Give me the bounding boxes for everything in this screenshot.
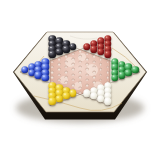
marble-white[interactable] bbox=[104, 97, 111, 104]
board-hole[interactable] bbox=[51, 71, 54, 74]
board-hole[interactable] bbox=[79, 55, 82, 58]
board-hole[interactable] bbox=[65, 81, 68, 84]
board-hole[interactable] bbox=[79, 81, 82, 84]
board-hole[interactable] bbox=[106, 71, 109, 74]
board-hole[interactable] bbox=[106, 76, 109, 79]
board-hole[interactable] bbox=[51, 60, 54, 63]
board-hole[interactable] bbox=[99, 73, 102, 76]
marble-green[interactable] bbox=[118, 71, 125, 78]
board-hole[interactable] bbox=[65, 55, 68, 58]
board-hole[interactable] bbox=[79, 91, 82, 94]
marble-black[interactable] bbox=[56, 48, 63, 55]
board-hole[interactable] bbox=[72, 78, 75, 81]
board-hole[interactable] bbox=[93, 55, 96, 58]
board-hole[interactable] bbox=[86, 78, 89, 81]
board-hole[interactable] bbox=[72, 68, 75, 71]
board-hole[interactable] bbox=[79, 71, 82, 74]
board-hole[interactable] bbox=[99, 78, 102, 81]
marble-green[interactable] bbox=[111, 74, 118, 81]
board-hole[interactable] bbox=[65, 76, 68, 79]
marble-green[interactable] bbox=[132, 66, 139, 73]
board-hole[interactable] bbox=[65, 60, 68, 63]
board-hole[interactable] bbox=[58, 68, 61, 71]
board-hole[interactable] bbox=[99, 63, 102, 66]
marble-yellow[interactable] bbox=[56, 95, 63, 102]
board-hole[interactable] bbox=[79, 65, 82, 68]
board-hole[interactable] bbox=[51, 76, 54, 79]
board-hole[interactable] bbox=[79, 50, 82, 53]
board-hole[interactable] bbox=[72, 73, 75, 76]
board-hole[interactable] bbox=[79, 86, 82, 89]
board-hole[interactable] bbox=[106, 65, 109, 68]
board-hole[interactable] bbox=[72, 58, 75, 61]
marble-blue[interactable] bbox=[42, 74, 49, 81]
board-hole[interactable] bbox=[86, 73, 89, 76]
board-hole[interactable] bbox=[58, 73, 61, 76]
board-hole[interactable] bbox=[93, 71, 96, 74]
board-hole[interactable] bbox=[86, 58, 89, 61]
board-hole[interactable] bbox=[86, 84, 89, 87]
marble-red[interactable] bbox=[104, 51, 111, 58]
board-hole[interactable] bbox=[79, 60, 82, 63]
board-hole[interactable] bbox=[93, 65, 96, 68]
marble-yellow[interactable] bbox=[69, 90, 76, 97]
marble-black[interactable] bbox=[49, 51, 56, 58]
board-hole[interactable] bbox=[86, 68, 89, 71]
board-hole[interactable] bbox=[65, 65, 68, 68]
board-hole[interactable] bbox=[79, 76, 82, 79]
board-hole[interactable] bbox=[86, 63, 89, 66]
marble-yellow[interactable] bbox=[62, 92, 69, 99]
board-hole[interactable] bbox=[65, 71, 68, 74]
board-hole[interactable] bbox=[106, 60, 109, 63]
marble-black[interactable] bbox=[62, 45, 69, 52]
board-photo-stage bbox=[0, 0, 160, 160]
board-hole[interactable] bbox=[58, 63, 61, 66]
board-hole[interactable] bbox=[72, 52, 75, 55]
pieces-layer bbox=[0, 0, 160, 160]
board-hole[interactable] bbox=[99, 68, 102, 71]
board-hole[interactable] bbox=[51, 65, 54, 68]
marble-green[interactable] bbox=[125, 69, 132, 76]
board-hole[interactable] bbox=[99, 58, 102, 61]
board-hole[interactable] bbox=[93, 60, 96, 63]
board-hole[interactable] bbox=[93, 81, 96, 84]
board-hole[interactable] bbox=[72, 63, 75, 66]
board-hole[interactable] bbox=[93, 76, 96, 79]
marble-black[interactable] bbox=[69, 43, 76, 50]
board-hole[interactable] bbox=[86, 52, 89, 55]
board-hole[interactable] bbox=[72, 84, 75, 87]
board-hole[interactable] bbox=[58, 58, 61, 61]
board-hole[interactable] bbox=[58, 78, 61, 81]
marble-yellow[interactable] bbox=[49, 97, 56, 104]
